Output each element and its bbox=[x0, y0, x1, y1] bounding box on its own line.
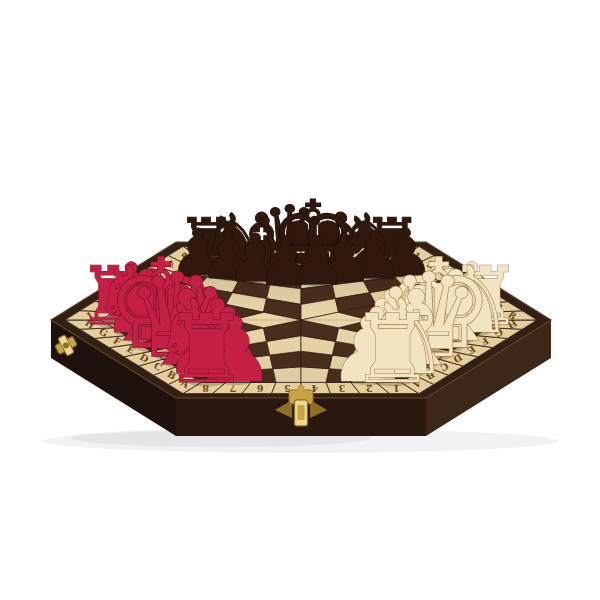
piece-red-rook: ♜ bbox=[164, 294, 249, 404]
product-photo-three-player-chess: 87654321ABCDEFGHABCDEFGHABCDEFGH87654321… bbox=[0, 0, 600, 600]
three-player-chess-board: 87654321ABCDEFGHABCDEFGHABCDEFGH87654321… bbox=[0, 0, 600, 600]
piece-white-rook: ♜ bbox=[350, 294, 435, 404]
piece-dark-pawn: ♟ bbox=[287, 222, 347, 300]
